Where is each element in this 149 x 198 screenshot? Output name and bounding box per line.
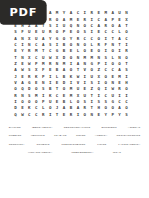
word-list-item: LATINOAMERICA <box>118 142 140 145</box>
word-list-item: HISPANOAMERICA <box>28 150 52 153</box>
word-list-item: EUROPEOS <box>101 125 116 128</box>
word-list-item: NEOCOLONIALISMO <box>64 125 90 128</box>
word-list-item: CONQUISTA <box>9 142 25 145</box>
word-list-item: DIVISION <box>9 125 21 128</box>
grid-cell: N <box>88 111 95 117</box>
word-list-item: IBEROAMERICA <box>32 125 53 128</box>
word-list-item: PRECOLOMBINOS <box>61 142 85 145</box>
word-list-row: HISPANOAMERICAINDEPENDENCIAINCAS <box>0 150 149 153</box>
grid-cell: O <box>81 111 88 117</box>
grid-cell: P <box>109 111 116 117</box>
grid-cell: Y <box>102 111 109 117</box>
word-list-item: INCAS <box>113 150 121 153</box>
word-list: DIVISIONIBEROAMERICANEOCOLONIALISMOEUROP… <box>0 125 149 158</box>
word-list-row: DIVISIONIBEROAMERICANEOCOLONIALISMOEUROP… <box>0 125 149 128</box>
grid-cell: R <box>68 111 75 117</box>
grid-cell: I <box>47 111 54 117</box>
grid-cell: S <box>123 111 130 117</box>
grid-cell: I <box>74 111 81 117</box>
word-list-row: CONQUISTACRITERIOPRECOLOMBINOSFISICOLATI… <box>0 142 149 145</box>
pdf-page-thumbnail: PDF COLONAMYACIREMAUNSAIBEROAMERICAPEXEH… <box>0 0 149 198</box>
word-list-item: PUEBLOS <box>9 134 22 137</box>
word-list-item: SOCIOHISTORICO <box>117 134 141 137</box>
word-list-item: AZTECAS <box>128 125 140 128</box>
word-list-item: TRABAJO <box>54 134 66 137</box>
grid-cell: T <box>54 111 61 117</box>
word-list-item: AMERICA <box>95 134 107 137</box>
pdf-badge-label: PDF <box>10 6 37 19</box>
word-search-grid: COLONAMYACIREMAUNSAIBEROAMERICAPEXEHZATS… <box>12 10 130 118</box>
grid-cell: E <box>95 111 102 117</box>
grid-cell: C <box>26 111 33 117</box>
word-list-item: VESPUCIO <box>31 134 45 137</box>
grid-cell: E <box>61 111 68 117</box>
grid-cell: Q <box>12 111 19 117</box>
grid-cell: Y <box>116 111 123 117</box>
grid-cell: R <box>40 111 47 117</box>
word-list-item: CRITERIO <box>37 142 50 145</box>
word-list-item: COLON <box>76 134 86 137</box>
grid-cell: W <box>19 111 26 117</box>
word-list-item: INDEPENDENCIA <box>71 150 93 153</box>
word-list-row: PUEBLOSVESPUCIOTRABAJOCOLONAMERICASOCIOH… <box>0 134 149 137</box>
word-list-item: FISICO <box>97 142 106 145</box>
grid-cell: C <box>33 111 40 117</box>
pdf-badge: PDF <box>0 0 47 25</box>
